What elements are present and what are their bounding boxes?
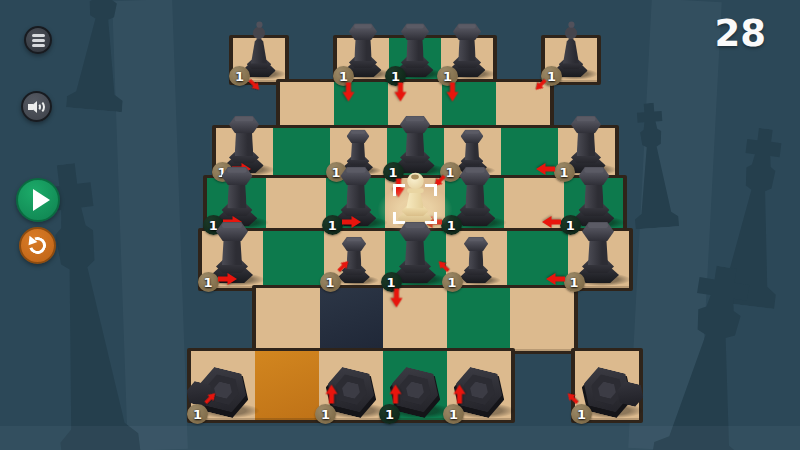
black-disc_knob_right-r7c3[interactable]: 1 [575, 351, 639, 420]
tile-r2c-2[interactable] [280, 82, 334, 128]
tile-r6c1[interactable] [447, 288, 511, 351]
black-tower-r5c3[interactable]: 1 [568, 231, 629, 288]
tile-r3c-2[interactable] [273, 128, 330, 178]
selection-brackets [393, 184, 437, 224]
count-badge: 1 [379, 404, 400, 424]
move-arrow-right [341, 215, 362, 229]
tile-r6c-1[interactable] [320, 288, 384, 351]
move-arrow-up [453, 384, 467, 405]
move-arrow-left [545, 272, 566, 286]
sound-button[interactable] [21, 91, 52, 122]
board: 111111111111111111111111 [0, 0, 800, 450]
tower-piece [577, 221, 619, 283]
black-bishop-r1c-3[interactable]: 1 [233, 38, 285, 82]
move-arrow-right [217, 272, 238, 286]
move-arrow-left [541, 215, 562, 229]
tower-piece [394, 221, 436, 283]
black-tower-r1c1[interactable]: 1 [441, 38, 493, 82]
black-tower-r1c0[interactable]: 1 [389, 38, 441, 82]
tile-r7c-2[interactable] [255, 351, 319, 420]
tile-r6c2[interactable] [510, 288, 574, 351]
count-badge: 1 [564, 272, 585, 292]
black-tower_small-r5c-1[interactable]: 1 [324, 231, 385, 288]
black-disc-r7c-1[interactable]: 1 [319, 351, 383, 420]
restart-button[interactable] [19, 227, 56, 264]
black-bishop-r1c3[interactable]: 1 [545, 38, 597, 82]
tower-piece [454, 166, 495, 226]
move-arrow-down [394, 82, 408, 103]
count-badge: 1 [187, 404, 208, 424]
tower-piece [573, 166, 614, 226]
hamburger-icon [32, 34, 45, 47]
black-tower_small-r5c1[interactable]: 1 [446, 231, 507, 288]
black-tower-r4c1[interactable]: 1 [445, 178, 505, 231]
move-counter: 28 [715, 12, 767, 55]
black-disc-r7c1[interactable]: 1 [447, 351, 511, 420]
black-tower-r1c-1[interactable]: 1 [337, 38, 389, 82]
play-icon [33, 189, 50, 211]
restart-icon [29, 237, 46, 254]
black-tower-r5c0[interactable]: 1 [385, 231, 446, 288]
count-badge: 1 [443, 404, 464, 424]
move-arrow-down [389, 288, 403, 309]
move-arrow-up [325, 384, 339, 405]
game-screen: 111111111111111111111111 28 [0, 0, 800, 450]
black-disc_knob_left-r7c-3[interactable]: 1 [191, 351, 255, 420]
black-tower-r4c-1[interactable]: 1 [326, 178, 386, 231]
move-arrow-down [446, 82, 460, 103]
count-badge: 1 [315, 404, 336, 424]
black-tower-r5c-3[interactable]: 1 [202, 231, 263, 288]
count-badge: 1 [320, 272, 341, 292]
tile-r5c-2[interactable] [263, 231, 324, 288]
tile-r4c-2[interactable] [266, 178, 326, 231]
speaker-icon [28, 99, 46, 115]
tower_small-piece [460, 236, 492, 283]
black-disc-r7c0[interactable]: 1 [383, 351, 447, 420]
menu-button[interactable] [24, 26, 52, 54]
count-badge: 1 [198, 272, 219, 292]
move-arrow-down [342, 82, 356, 103]
tile-r6c-2[interactable] [256, 288, 320, 351]
play-button[interactable] [16, 178, 60, 222]
move-arrow-left [535, 162, 556, 176]
move-arrow-up [389, 384, 403, 405]
